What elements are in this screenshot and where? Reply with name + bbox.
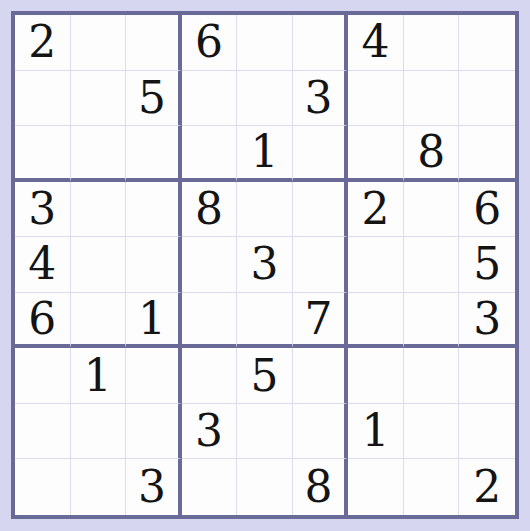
cell-r6c9[interactable]: 3 xyxy=(459,293,515,349)
cell-r3c8[interactable]: 8 xyxy=(404,126,460,182)
cell-r5c3[interactable] xyxy=(126,237,182,293)
cell-r3c3[interactable] xyxy=(126,126,182,182)
cell-r4c6[interactable] xyxy=(293,182,349,238)
cell-r7c3[interactable] xyxy=(126,348,182,404)
cell-r5c4[interactable] xyxy=(182,237,238,293)
cell-r2c4[interactable] xyxy=(182,71,238,127)
cell-r7c4[interactable] xyxy=(182,348,238,404)
cell-r5c8[interactable] xyxy=(404,237,460,293)
cell-r3c7[interactable] xyxy=(348,126,404,182)
cell-r8c4[interactable]: 3 xyxy=(182,404,238,460)
cell-r8c2[interactable] xyxy=(71,404,127,460)
cell-r6c2[interactable] xyxy=(71,293,127,349)
cell-r5c2[interactable] xyxy=(71,237,127,293)
cell-r2c3[interactable]: 5 xyxy=(126,71,182,127)
cell-r2c7[interactable] xyxy=(348,71,404,127)
cell-r6c3[interactable]: 1 xyxy=(126,293,182,349)
cell-r8c5[interactable] xyxy=(237,404,293,460)
cell-r1c1[interactable]: 2 xyxy=(15,15,71,71)
cell-r1c6[interactable] xyxy=(293,15,349,71)
cell-r1c7[interactable]: 4 xyxy=(348,15,404,71)
cell-r5c5[interactable]: 3 xyxy=(237,237,293,293)
cell-r7c6[interactable] xyxy=(293,348,349,404)
cell-r9c9[interactable]: 2 xyxy=(459,459,515,515)
cell-r9c8[interactable] xyxy=(404,459,460,515)
cell-r2c6[interactable]: 3 xyxy=(293,71,349,127)
cell-r3c9[interactable] xyxy=(459,126,515,182)
cell-r6c7[interactable] xyxy=(348,293,404,349)
cell-r7c1[interactable] xyxy=(15,348,71,404)
cell-r2c2[interactable] xyxy=(71,71,127,127)
cell-r4c2[interactable] xyxy=(71,182,127,238)
cell-r6c4[interactable] xyxy=(182,293,238,349)
cell-r6c6[interactable]: 7 xyxy=(293,293,349,349)
cell-r9c3[interactable]: 3 xyxy=(126,459,182,515)
cell-r9c7[interactable] xyxy=(348,459,404,515)
cell-r7c8[interactable] xyxy=(404,348,460,404)
cell-r8c7[interactable]: 1 xyxy=(348,404,404,460)
cell-r7c9[interactable] xyxy=(459,348,515,404)
cell-r8c3[interactable] xyxy=(126,404,182,460)
cell-r2c9[interactable] xyxy=(459,71,515,127)
cell-r5c9[interactable]: 5 xyxy=(459,237,515,293)
cell-r4c1[interactable]: 3 xyxy=(15,182,71,238)
cell-r1c3[interactable] xyxy=(126,15,182,71)
cell-r7c5[interactable]: 5 xyxy=(237,348,293,404)
cell-r1c5[interactable] xyxy=(237,15,293,71)
cell-r1c2[interactable] xyxy=(71,15,127,71)
cell-r8c1[interactable] xyxy=(15,404,71,460)
cell-r8c6[interactable] xyxy=(293,404,349,460)
cell-r6c8[interactable] xyxy=(404,293,460,349)
cell-r4c5[interactable] xyxy=(237,182,293,238)
cell-r3c4[interactable] xyxy=(182,126,238,182)
cell-r3c6[interactable] xyxy=(293,126,349,182)
cell-r5c6[interactable] xyxy=(293,237,349,293)
cell-r5c1[interactable]: 4 xyxy=(15,237,71,293)
cell-r4c8[interactable] xyxy=(404,182,460,238)
cell-r9c2[interactable] xyxy=(71,459,127,515)
cell-r8c8[interactable] xyxy=(404,404,460,460)
cell-r2c8[interactable] xyxy=(404,71,460,127)
cell-r9c4[interactable] xyxy=(182,459,238,515)
cell-r2c5[interactable] xyxy=(237,71,293,127)
cell-r4c7[interactable]: 2 xyxy=(348,182,404,238)
cell-r1c4[interactable]: 6 xyxy=(182,15,238,71)
cell-r6c1[interactable]: 6 xyxy=(15,293,71,349)
cell-r4c3[interactable] xyxy=(126,182,182,238)
cell-r7c2[interactable]: 1 xyxy=(71,348,127,404)
cell-r3c2[interactable] xyxy=(71,126,127,182)
cell-r9c6[interactable]: 8 xyxy=(293,459,349,515)
cell-r1c8[interactable] xyxy=(404,15,460,71)
cell-r7c7[interactable] xyxy=(348,348,404,404)
sudoku-board: 2645318382643561731531382 xyxy=(11,11,519,519)
cell-r3c1[interactable] xyxy=(15,126,71,182)
cell-r4c4[interactable]: 8 xyxy=(182,182,238,238)
cell-r6c5[interactable] xyxy=(237,293,293,349)
cell-r3c5[interactable]: 1 xyxy=(237,126,293,182)
cell-r9c5[interactable] xyxy=(237,459,293,515)
cell-r4c9[interactable]: 6 xyxy=(459,182,515,238)
cell-r8c9[interactable] xyxy=(459,404,515,460)
cell-r9c1[interactable] xyxy=(15,459,71,515)
cell-r1c9[interactable] xyxy=(459,15,515,71)
cell-r2c1[interactable] xyxy=(15,71,71,127)
cell-r5c7[interactable] xyxy=(348,237,404,293)
